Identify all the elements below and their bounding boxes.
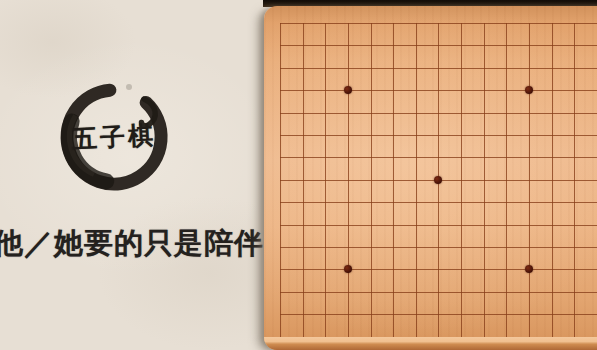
intersection-7-7[interactable] xyxy=(404,146,427,168)
intersection-9-10[interactable] xyxy=(450,213,473,235)
intersection-13-1[interactable] xyxy=(540,12,563,34)
intersection-13-8[interactable] xyxy=(540,169,563,191)
intersection-5-7[interactable] xyxy=(359,146,382,168)
intersection-4-9[interactable] xyxy=(337,191,360,213)
intersection-11-4[interactable] xyxy=(495,79,518,101)
intersection-1-4[interactable] xyxy=(269,79,292,101)
intersection-2-12[interactable] xyxy=(291,258,314,280)
intersection-6-7[interactable] xyxy=(382,146,405,168)
intersection-3-10[interactable] xyxy=(314,213,337,235)
goban xyxy=(264,6,597,350)
intersection-5-13[interactable] xyxy=(359,280,382,302)
intersection-14-1[interactable] xyxy=(563,12,586,34)
intersection-2-4[interactable] xyxy=(291,79,314,101)
intersection-15-3[interactable] xyxy=(585,57,597,79)
intersection-9-8[interactable] xyxy=(450,169,473,191)
intersection-5-8[interactable] xyxy=(359,169,382,191)
intersection-6-6[interactable] xyxy=(382,124,405,146)
intersection-2-13[interactable] xyxy=(291,280,314,302)
intersection-4-6[interactable] xyxy=(337,124,360,146)
intersection-11-14[interactable] xyxy=(495,303,518,325)
intersection-8-4[interactable] xyxy=(427,79,450,101)
intersection-5-5[interactable] xyxy=(359,101,382,123)
intersection-9-5[interactable] xyxy=(450,101,473,123)
intersection-6-12[interactable] xyxy=(382,258,405,280)
app-logo: 五子棋 xyxy=(44,67,184,207)
tagline: 他／她要的只是陪伴 xyxy=(0,224,274,264)
intersection-12-6[interactable] xyxy=(518,124,541,146)
intersection-5-14[interactable] xyxy=(359,303,382,325)
intersection-12-12[interactable] xyxy=(518,258,541,280)
intersection-14-3[interactable] xyxy=(563,57,586,79)
intersection-6-13[interactable] xyxy=(382,280,405,302)
intersection-14-13[interactable] xyxy=(563,280,586,302)
intersection-15-7[interactable] xyxy=(585,146,597,168)
intersection-15-10[interactable] xyxy=(585,213,597,235)
intersection-14-14[interactable] xyxy=(563,303,586,325)
intersection-15-2[interactable] xyxy=(585,34,597,56)
intersection-4-2[interactable] xyxy=(337,34,360,56)
intersection-10-1[interactable] xyxy=(472,12,495,34)
intersection-1-9[interactable] xyxy=(269,191,292,213)
intersection-10-12[interactable] xyxy=(472,258,495,280)
intersection-3-7[interactable] xyxy=(314,146,337,168)
intersection-8-12[interactable] xyxy=(427,258,450,280)
intersection-1-14[interactable] xyxy=(269,303,292,325)
intersection-8-2[interactable] xyxy=(427,34,450,56)
intersection-15-8[interactable] xyxy=(585,169,597,191)
intersection-1-5[interactable] xyxy=(269,101,292,123)
intersection-15-13[interactable] xyxy=(585,280,597,302)
intersection-2-10[interactable] xyxy=(291,213,314,235)
intersection-1-2[interactable] xyxy=(269,34,292,56)
intersection-6-14[interactable] xyxy=(382,303,405,325)
intersection-6-9[interactable] xyxy=(382,191,405,213)
intersection-3-6[interactable] xyxy=(314,124,337,146)
intersection-6-10[interactable] xyxy=(382,213,405,235)
board-bottom-bevel xyxy=(264,337,597,350)
intersection-10-3[interactable] xyxy=(472,57,495,79)
intersection-15-6[interactable] xyxy=(585,124,597,146)
board-intersections xyxy=(269,12,597,348)
intersection-5-1[interactable] xyxy=(359,12,382,34)
intersection-8-11[interactable] xyxy=(427,236,450,258)
intersection-7-1[interactable] xyxy=(404,12,427,34)
intersection-7-5[interactable] xyxy=(404,101,427,123)
intersection-12-2[interactable] xyxy=(518,34,541,56)
intersection-8-13[interactable] xyxy=(427,280,450,302)
intersection-12-13[interactable] xyxy=(518,280,541,302)
intersection-12-5[interactable] xyxy=(518,101,541,123)
intersection-10-9[interactable] xyxy=(472,191,495,213)
intersection-11-10[interactable] xyxy=(495,213,518,235)
intersection-13-10[interactable] xyxy=(540,213,563,235)
intersection-15-4[interactable] xyxy=(585,79,597,101)
intersection-8-6[interactable] xyxy=(427,124,450,146)
intersection-10-7[interactable] xyxy=(472,146,495,168)
intersection-13-4[interactable] xyxy=(540,79,563,101)
intersection-2-2[interactable] xyxy=(291,34,314,56)
intersection-8-8[interactable] xyxy=(427,169,450,191)
intersection-4-11[interactable] xyxy=(337,236,360,258)
intersection-4-4[interactable] xyxy=(337,79,360,101)
intersection-7-3[interactable] xyxy=(404,57,427,79)
intersection-5-11[interactable] xyxy=(359,236,382,258)
intersection-15-12[interactable] xyxy=(585,258,597,280)
intersection-7-9[interactable] xyxy=(404,191,427,213)
intersection-4-14[interactable] xyxy=(337,303,360,325)
intersection-3-14[interactable] xyxy=(314,303,337,325)
intersection-13-6[interactable] xyxy=(540,124,563,146)
intersection-9-2[interactable] xyxy=(450,34,473,56)
intersection-2-9[interactable] xyxy=(291,191,314,213)
intersection-14-12[interactable] xyxy=(563,258,586,280)
intersection-7-12[interactable] xyxy=(404,258,427,280)
intersection-1-11[interactable] xyxy=(269,236,292,258)
intersection-13-7[interactable] xyxy=(540,146,563,168)
intersection-1-6[interactable] xyxy=(269,124,292,146)
intersection-12-7[interactable] xyxy=(518,146,541,168)
intersection-5-6[interactable] xyxy=(359,124,382,146)
intersection-9-1[interactable] xyxy=(450,12,473,34)
intersection-3-5[interactable] xyxy=(314,101,337,123)
intersection-9-6[interactable] xyxy=(450,124,473,146)
intersection-1-8[interactable] xyxy=(269,169,292,191)
intersection-2-11[interactable] xyxy=(291,236,314,258)
intersection-9-11[interactable] xyxy=(450,236,473,258)
intersection-12-3[interactable] xyxy=(518,57,541,79)
intersection-9-14[interactable] xyxy=(450,303,473,325)
intersection-11-11[interactable] xyxy=(495,236,518,258)
intersection-2-1[interactable] xyxy=(291,12,314,34)
intersection-4-1[interactable] xyxy=(337,12,360,34)
intersection-6-2[interactable] xyxy=(382,34,405,56)
intersection-15-9[interactable] xyxy=(585,191,597,213)
intersection-11-6[interactable] xyxy=(495,124,518,146)
intersection-6-1[interactable] xyxy=(382,12,405,34)
intersection-7-2[interactable] xyxy=(404,34,427,56)
intersection-10-14[interactable] xyxy=(472,303,495,325)
intersection-11-9[interactable] xyxy=(495,191,518,213)
intersection-8-5[interactable] xyxy=(427,101,450,123)
intersection-8-1[interactable] xyxy=(427,12,450,34)
intersection-4-7[interactable] xyxy=(337,146,360,168)
intersection-11-5[interactable] xyxy=(495,101,518,123)
intersection-2-8[interactable] xyxy=(291,169,314,191)
intersection-5-3[interactable] xyxy=(359,57,382,79)
intersection-13-3[interactable] xyxy=(540,57,563,79)
intersection-7-8[interactable] xyxy=(404,169,427,191)
intersection-1-13[interactable] xyxy=(269,280,292,302)
intersection-5-9[interactable] xyxy=(359,191,382,213)
intersection-13-2[interactable] xyxy=(540,34,563,56)
intersection-14-7[interactable] xyxy=(563,146,586,168)
intersection-5-10[interactable] xyxy=(359,213,382,235)
intersection-14-6[interactable] xyxy=(563,124,586,146)
intersection-14-4[interactable] xyxy=(563,79,586,101)
intersection-2-5[interactable] xyxy=(291,101,314,123)
intersection-5-4[interactable] xyxy=(359,79,382,101)
intersection-10-6[interactable] xyxy=(472,124,495,146)
intersection-3-3[interactable] xyxy=(314,57,337,79)
intersection-10-11[interactable] xyxy=(472,236,495,258)
intersection-2-14[interactable] xyxy=(291,303,314,325)
intersection-9-13[interactable] xyxy=(450,280,473,302)
intersection-3-12[interactable] xyxy=(314,258,337,280)
intersection-5-12[interactable] xyxy=(359,258,382,280)
intersection-10-10[interactable] xyxy=(472,213,495,235)
intersection-9-12[interactable] xyxy=(450,258,473,280)
intersection-4-3[interactable] xyxy=(337,57,360,79)
intersection-13-12[interactable] xyxy=(540,258,563,280)
intersection-15-1[interactable] xyxy=(585,12,597,34)
intersection-14-2[interactable] xyxy=(563,34,586,56)
intersection-15-14[interactable] xyxy=(585,303,597,325)
intersection-10-2[interactable] xyxy=(472,34,495,56)
intersection-12-14[interactable] xyxy=(518,303,541,325)
intersection-15-11[interactable] xyxy=(585,236,597,258)
intersection-4-10[interactable] xyxy=(337,213,360,235)
intersection-12-8[interactable] xyxy=(518,169,541,191)
intersection-1-1[interactable] xyxy=(269,12,292,34)
intersection-7-4[interactable] xyxy=(404,79,427,101)
intersection-10-13[interactable] xyxy=(472,280,495,302)
intersection-11-7[interactable] xyxy=(495,146,518,168)
intersection-7-13[interactable] xyxy=(404,280,427,302)
intersection-8-10[interactable] xyxy=(427,213,450,235)
intersection-11-12[interactable] xyxy=(495,258,518,280)
intersection-14-8[interactable] xyxy=(563,169,586,191)
intersection-6-5[interactable] xyxy=(382,101,405,123)
intersection-15-5[interactable] xyxy=(585,101,597,123)
intersection-2-3[interactable] xyxy=(291,57,314,79)
intersection-11-13[interactable] xyxy=(495,280,518,302)
intersection-7-14[interactable] xyxy=(404,303,427,325)
intersection-14-10[interactable] xyxy=(563,213,586,235)
intersection-2-6[interactable] xyxy=(291,124,314,146)
intersection-3-8[interactable] xyxy=(314,169,337,191)
intersection-1-10[interactable] xyxy=(269,213,292,235)
intersection-10-8[interactable] xyxy=(472,169,495,191)
intersection-1-3[interactable] xyxy=(269,57,292,79)
intersection-10-5[interactable] xyxy=(472,101,495,123)
intersection-9-7[interactable] xyxy=(450,146,473,168)
intersection-12-9[interactable] xyxy=(518,191,541,213)
intersection-11-1[interactable] xyxy=(495,12,518,34)
intersection-8-3[interactable] xyxy=(427,57,450,79)
intersection-12-4[interactable] xyxy=(518,79,541,101)
intersection-11-2[interactable] xyxy=(495,34,518,56)
intersection-13-9[interactable] xyxy=(540,191,563,213)
intersection-14-11[interactable] xyxy=(563,236,586,258)
left-panel: 五子棋 他／她要的只是陪伴 xyxy=(0,0,262,350)
intersection-9-3[interactable] xyxy=(450,57,473,79)
intersection-7-6[interactable] xyxy=(404,124,427,146)
intersection-1-7[interactable] xyxy=(269,146,292,168)
intersection-7-11[interactable] xyxy=(404,236,427,258)
intersection-3-13[interactable] xyxy=(314,280,337,302)
intersection-9-4[interactable] xyxy=(450,79,473,101)
intersection-14-5[interactable] xyxy=(563,101,586,123)
intersection-3-9[interactable] xyxy=(314,191,337,213)
intersection-4-13[interactable] xyxy=(337,280,360,302)
intersection-6-3[interactable] xyxy=(382,57,405,79)
intersection-4-8[interactable] xyxy=(337,169,360,191)
intersection-6-8[interactable] xyxy=(382,169,405,191)
intersection-3-1[interactable] xyxy=(314,12,337,34)
intersection-9-9[interactable] xyxy=(450,191,473,213)
intersection-12-10[interactable] xyxy=(518,213,541,235)
intersection-3-2[interactable] xyxy=(314,34,337,56)
intersection-4-12[interactable] xyxy=(337,258,360,280)
intersection-8-14[interactable] xyxy=(427,303,450,325)
intersection-13-11[interactable] xyxy=(540,236,563,258)
intersection-12-1[interactable] xyxy=(518,12,541,34)
intersection-12-11[interactable] xyxy=(518,236,541,258)
app-window: 五子棋 他／她要的只是陪伴 xyxy=(0,0,597,350)
intersection-13-5[interactable] xyxy=(540,101,563,123)
intersection-6-11[interactable] xyxy=(382,236,405,258)
intersection-8-9[interactable] xyxy=(427,191,450,213)
intersection-13-13[interactable] xyxy=(540,280,563,302)
intersection-10-4[interactable] xyxy=(472,79,495,101)
intersection-11-3[interactable] xyxy=(495,57,518,79)
logo-title: 五子棋 xyxy=(71,118,157,155)
intersection-1-12[interactable] xyxy=(269,258,292,280)
intersection-6-4[interactable] xyxy=(382,79,405,101)
intersection-2-7[interactable] xyxy=(291,146,314,168)
intersection-11-8[interactable] xyxy=(495,169,518,191)
intersection-7-10[interactable] xyxy=(404,213,427,235)
intersection-14-9[interactable] xyxy=(563,191,586,213)
intersection-3-4[interactable] xyxy=(314,79,337,101)
intersection-13-14[interactable] xyxy=(540,303,563,325)
intersection-4-5[interactable] xyxy=(337,101,360,123)
intersection-8-7[interactable] xyxy=(427,146,450,168)
intersection-5-2[interactable] xyxy=(359,34,382,56)
intersection-3-11[interactable] xyxy=(314,236,337,258)
